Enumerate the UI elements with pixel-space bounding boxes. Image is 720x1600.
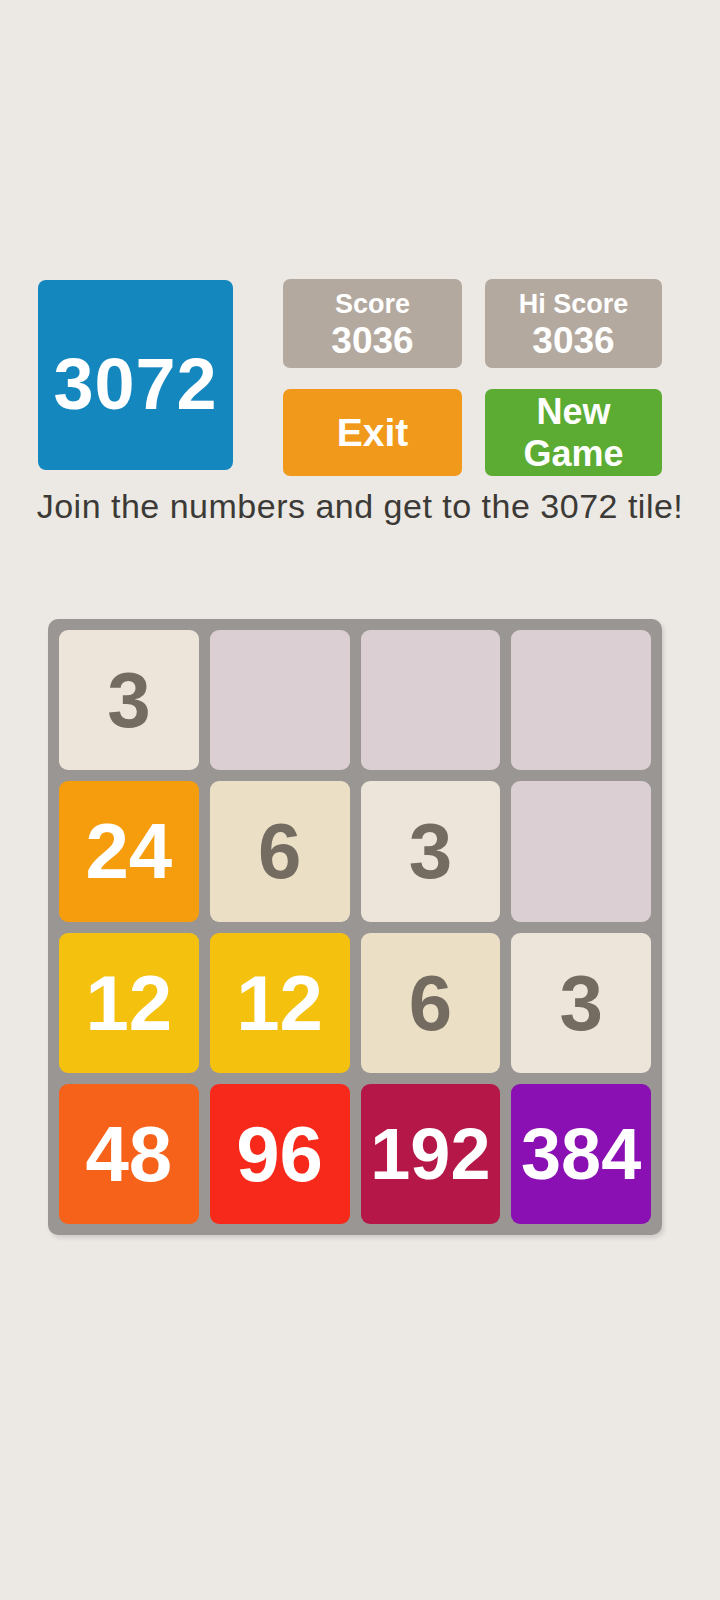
tagline: Join the numbers and get to the 3072 til… <box>0 487 720 526</box>
logo-tile-3072: 3072 <box>38 280 233 470</box>
score-label: Score <box>335 288 410 320</box>
tile-12: 12 <box>210 933 350 1073</box>
empty-cell <box>511 630 651 770</box>
empty-cell <box>210 630 350 770</box>
app-screen: 3072 Score 3036 Hi Score 3036 Exit New G… <box>0 0 720 1600</box>
game-board[interactable]: 324631212634896192384 <box>48 619 662 1235</box>
hi-score-value: 3036 <box>532 320 614 362</box>
tile-6: 6 <box>361 933 501 1073</box>
tile-192: 192 <box>361 1084 501 1224</box>
score-box: Score 3036 <box>283 279 462 368</box>
exit-button[interactable]: Exit <box>283 389 462 476</box>
hi-score-label: Hi Score <box>519 288 629 320</box>
tile-48: 48 <box>59 1084 199 1224</box>
tile-12: 12 <box>59 933 199 1073</box>
tile-384: 384 <box>511 1084 651 1224</box>
logo-tile-label: 3072 <box>53 343 217 425</box>
tile-3: 3 <box>511 933 651 1073</box>
tile-3: 3 <box>59 630 199 770</box>
score-value: 3036 <box>331 320 413 362</box>
tile-96: 96 <box>210 1084 350 1224</box>
empty-cell <box>511 781 651 921</box>
tile-3: 3 <box>361 781 501 921</box>
empty-cell <box>361 630 501 770</box>
tile-24: 24 <box>59 781 199 921</box>
hi-score-box: Hi Score 3036 <box>485 279 662 368</box>
new-game-button[interactable]: New Game <box>485 389 662 476</box>
tile-6: 6 <box>210 781 350 921</box>
